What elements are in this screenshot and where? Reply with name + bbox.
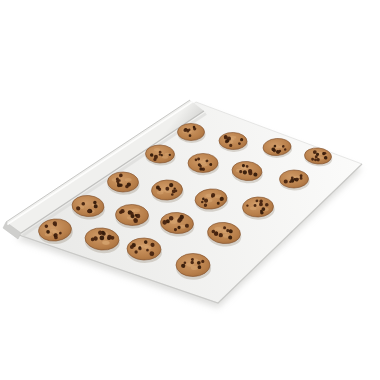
chocolate-chip [195, 158, 198, 161]
chocolate-chip [189, 134, 192, 137]
chocolate-chip [197, 158, 200, 161]
chocolate-chip [186, 129, 188, 131]
cookie-body [219, 132, 248, 150]
cookie-body [107, 172, 138, 193]
chocolate-chip [209, 163, 212, 166]
cookie-6 [188, 153, 219, 175]
chocolate-chip [199, 165, 202, 168]
cookie-dough-highlight [201, 163, 208, 166]
chocolate-chip [191, 258, 194, 261]
chocolate-chip [205, 159, 208, 162]
chocolate-chip [193, 126, 196, 129]
chocolate-chip [198, 265, 202, 269]
cookie-sheet-photo [0, 0, 380, 380]
chocolate-chip [181, 264, 185, 268]
cookie-dough-highlight [191, 266, 198, 270]
cookie-8 [279, 170, 309, 191]
cookie-1 [177, 123, 205, 142]
chocolate-chip [184, 261, 187, 264]
chocolate-chip [199, 167, 202, 170]
product-photo [0, 0, 380, 380]
chocolate-chip [197, 261, 201, 265]
chocolate-chip [201, 260, 204, 263]
cookie-20 [176, 253, 211, 279]
chocolate-chip [190, 261, 194, 265]
